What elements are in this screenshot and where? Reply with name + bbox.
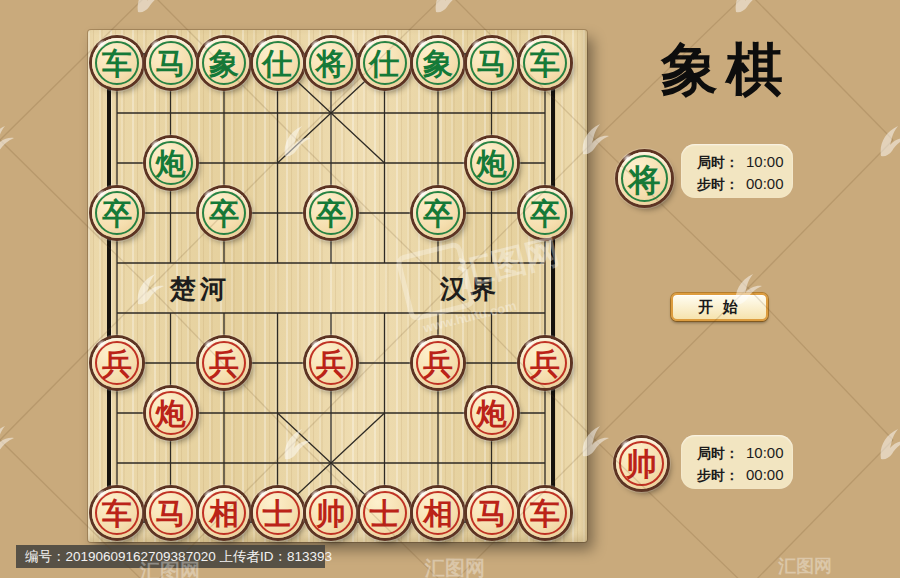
black-general-icon: 将 — [618, 152, 671, 205]
piece-black-f1r4[interactable]: 卒 — [92, 188, 142, 238]
piece-red-f3r10[interactable]: 相 — [199, 488, 249, 538]
piece-black-f2r1[interactable]: 马 — [146, 38, 196, 88]
piece-glyph: 马 — [477, 49, 507, 79]
piece-red-f9r10[interactable]: 车 — [520, 488, 570, 538]
xiangqi-app: 楚河 汉界 车马象仕将仕象马车炮炮卒卒卒卒卒兵兵兵兵兵炮炮车马相士帅士相马车 象… — [0, 0, 900, 578]
piece-glyph: 马 — [477, 499, 507, 529]
piece-red-f3r7[interactable]: 兵 — [199, 338, 249, 388]
piece-red-f2r10[interactable]: 马 — [146, 488, 196, 538]
piece-black-f5r1[interactable]: 将 — [306, 38, 356, 88]
piece-glyph: 车 — [102, 49, 132, 79]
piece-black-f4r1[interactable]: 仕 — [253, 38, 303, 88]
piece-black-f2r3[interactable]: 炮 — [146, 138, 196, 188]
piece-red-f8r10[interactable]: 马 — [467, 488, 517, 538]
piece-glyph: 炮 — [156, 149, 186, 179]
red-move-time-row: 步时：00:00 — [697, 464, 793, 486]
piece-glyph: 仕 — [263, 49, 293, 79]
piece-red-f5r10[interactable]: 帅 — [306, 488, 356, 538]
red-game-time-label: 局时： — [697, 445, 739, 461]
red-general-icon: 帅 — [616, 438, 667, 489]
footer-info-text: 编号：20190609162709387020 上传者ID：813393 — [25, 549, 332, 564]
piece-glyph: 卒 — [316, 199, 346, 229]
piece-glyph: 卒 — [423, 199, 453, 229]
piece-glyph: 车 — [102, 499, 132, 529]
piece-red-f1r10[interactable]: 车 — [92, 488, 142, 538]
piece-glyph: 象 — [209, 49, 239, 79]
piece-glyph: 兵 — [423, 349, 453, 379]
xiangqi-board[interactable]: 楚河 汉界 车马象仕将仕象马车炮炮卒卒卒卒卒兵兵兵兵兵炮炮车马相士帅士相马车 — [88, 30, 587, 542]
piece-glyph: 将 — [316, 49, 346, 79]
red-game-time-value: 10:00 — [746, 444, 784, 461]
piece-glyph: 相 — [209, 499, 239, 529]
svg-text:汇图网: 汇图网 — [777, 556, 832, 576]
piece-black-f8r3[interactable]: 炮 — [467, 138, 517, 188]
black-game-time-label: 局时： — [697, 154, 739, 170]
black-general-glyph: 将 — [629, 164, 661, 196]
piece-red-f7r7[interactable]: 兵 — [413, 338, 463, 388]
piece-black-f1r1[interactable]: 车 — [92, 38, 142, 88]
piece-glyph: 士 — [263, 499, 293, 529]
piece-glyph: 车 — [530, 499, 560, 529]
red-clock-panel: 局时：10:00 步时：00:00 — [681, 435, 793, 489]
piece-black-f8r1[interactable]: 马 — [467, 38, 517, 88]
piece-glyph: 炮 — [156, 399, 186, 429]
board-grid: 楚河 汉界 — [88, 30, 587, 542]
piece-red-f1r7[interactable]: 兵 — [92, 338, 142, 388]
piece-glyph: 卒 — [102, 199, 132, 229]
page-title: 象棋 — [636, 36, 816, 102]
piece-black-f7r4[interactable]: 卒 — [413, 188, 463, 238]
piece-glyph: 炮 — [477, 399, 507, 429]
piece-glyph: 象 — [423, 49, 453, 79]
piece-red-f8r8[interactable]: 炮 — [467, 388, 517, 438]
black-clock-panel: 局时：10:00 步时：00:00 — [681, 144, 793, 198]
footer-info-bar: 编号：20190609162709387020 上传者ID：813393 — [16, 545, 325, 568]
piece-red-f2r8[interactable]: 炮 — [146, 388, 196, 438]
start-button[interactable]: 开 始 — [671, 293, 768, 321]
piece-black-f9r1[interactable]: 车 — [520, 38, 570, 88]
piece-glyph: 车 — [530, 49, 560, 79]
piece-black-f3r4[interactable]: 卒 — [199, 188, 249, 238]
black-move-time-value: 00:00 — [746, 175, 784, 192]
piece-glyph: 士 — [370, 499, 400, 529]
piece-glyph: 马 — [156, 49, 186, 79]
piece-red-f4r10[interactable]: 士 — [253, 488, 303, 538]
piece-black-f3r1[interactable]: 象 — [199, 38, 249, 88]
piece-glyph: 兵 — [316, 349, 346, 379]
piece-glyph: 兵 — [102, 349, 132, 379]
piece-black-f6r1[interactable]: 仕 — [360, 38, 410, 88]
piece-red-f7r10[interactable]: 相 — [413, 488, 463, 538]
piece-glyph: 卒 — [530, 199, 560, 229]
svg-text:汇图网: 汇图网 — [424, 557, 485, 578]
piece-red-f9r7[interactable]: 兵 — [520, 338, 570, 388]
red-general-glyph: 帅 — [626, 449, 657, 480]
piece-glyph: 相 — [423, 499, 453, 529]
piece-glyph: 帅 — [316, 499, 346, 529]
black-move-time-label: 步时： — [697, 176, 739, 192]
black-game-time-value: 10:00 — [746, 153, 784, 170]
piece-black-f5r4[interactable]: 卒 — [306, 188, 356, 238]
river-label-chu: 楚河 — [169, 274, 230, 304]
red-game-time-row: 局时：10:00 — [697, 442, 793, 464]
piece-glyph: 仕 — [370, 49, 400, 79]
piece-glyph: 兵 — [209, 349, 239, 379]
piece-glyph: 马 — [156, 499, 186, 529]
piece-glyph: 兵 — [530, 349, 560, 379]
red-move-time-label: 步时： — [697, 467, 739, 483]
red-move-time-value: 00:00 — [746, 466, 784, 483]
piece-black-f7r1[interactable]: 象 — [413, 38, 463, 88]
piece-black-f9r4[interactable]: 卒 — [520, 188, 570, 238]
black-move-time-row: 步时：00:00 — [697, 173, 793, 195]
piece-red-f6r10[interactable]: 士 — [360, 488, 410, 538]
piece-glyph: 卒 — [209, 199, 239, 229]
black-game-time-row: 局时：10:00 — [697, 151, 793, 173]
river-label-han: 汉界 — [439, 274, 500, 304]
piece-red-f5r7[interactable]: 兵 — [306, 338, 356, 388]
piece-glyph: 炮 — [477, 149, 507, 179]
